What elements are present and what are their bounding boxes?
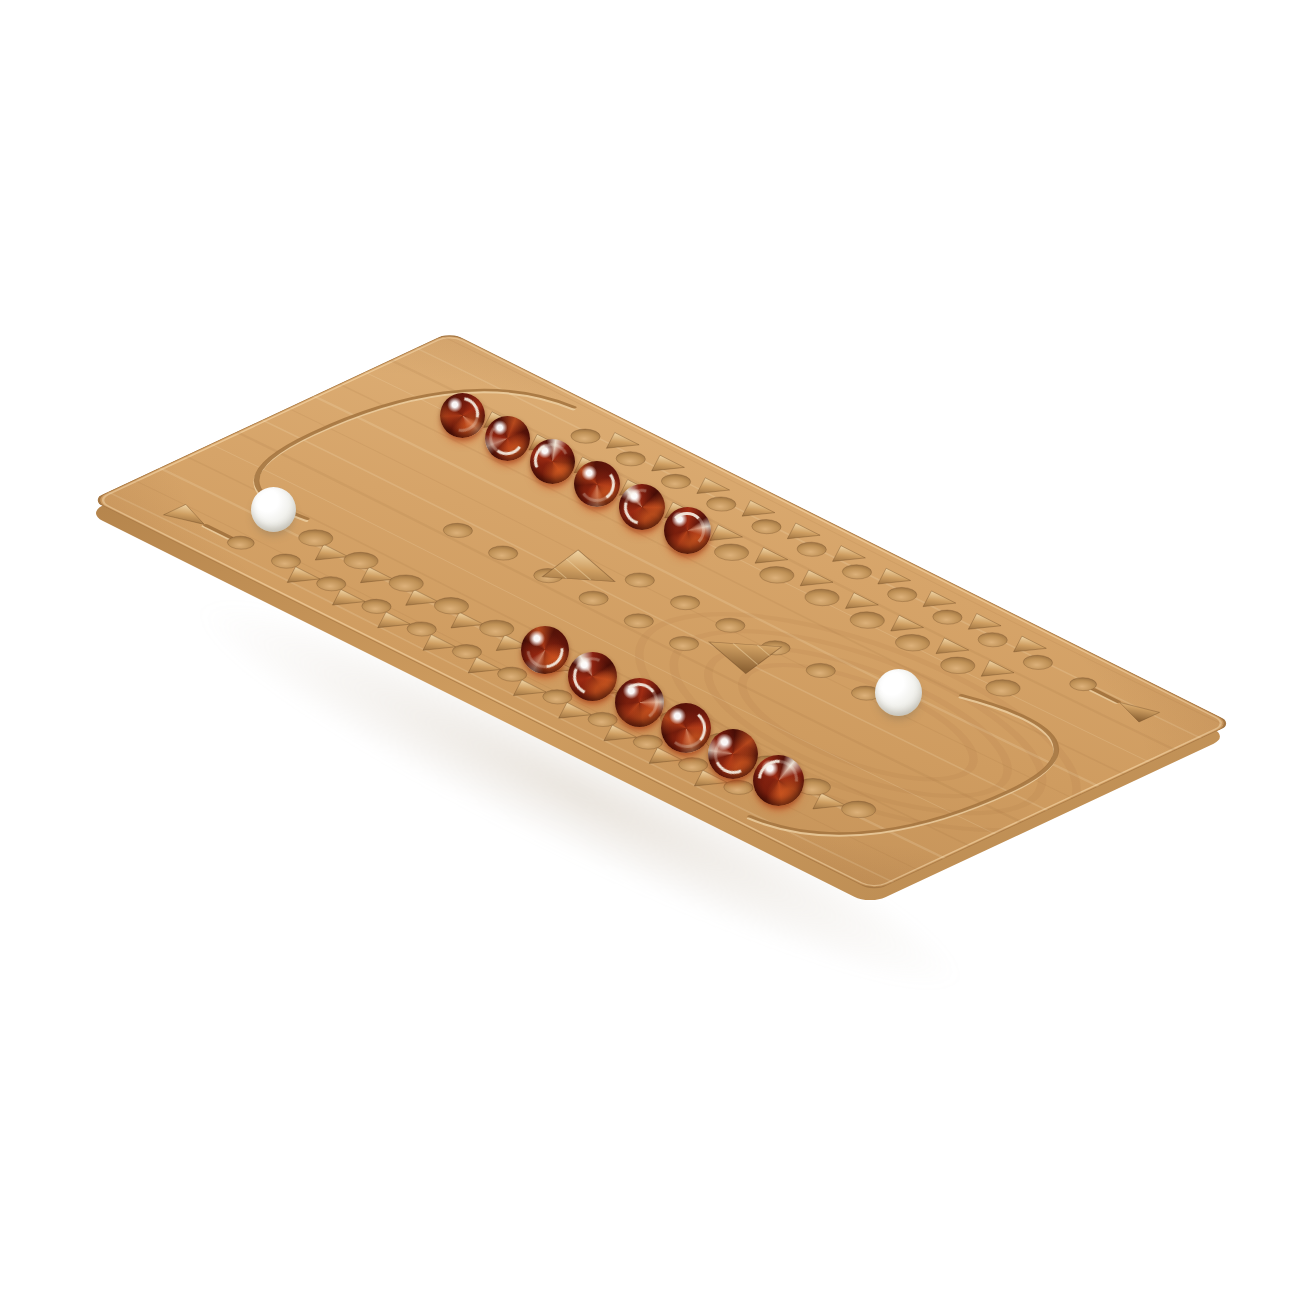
red-marble[interactable] [440, 393, 485, 438]
red-marble[interactable] [753, 755, 804, 806]
red-marble[interactable] [661, 703, 711, 753]
white-marble[interactable] [251, 487, 296, 532]
photo-stage [0, 0, 1300, 1300]
red-marble[interactable] [708, 729, 758, 779]
red-marble[interactable] [664, 507, 711, 554]
red-marble[interactable] [619, 484, 665, 530]
red-marble[interactable] [615, 678, 664, 727]
red-marble[interactable] [568, 652, 617, 701]
red-marble[interactable] [530, 439, 575, 484]
red-marble[interactable] [574, 461, 620, 507]
red-marble[interactable] [521, 626, 569, 674]
red-marble[interactable] [485, 416, 530, 461]
white-marble[interactable] [875, 669, 922, 716]
